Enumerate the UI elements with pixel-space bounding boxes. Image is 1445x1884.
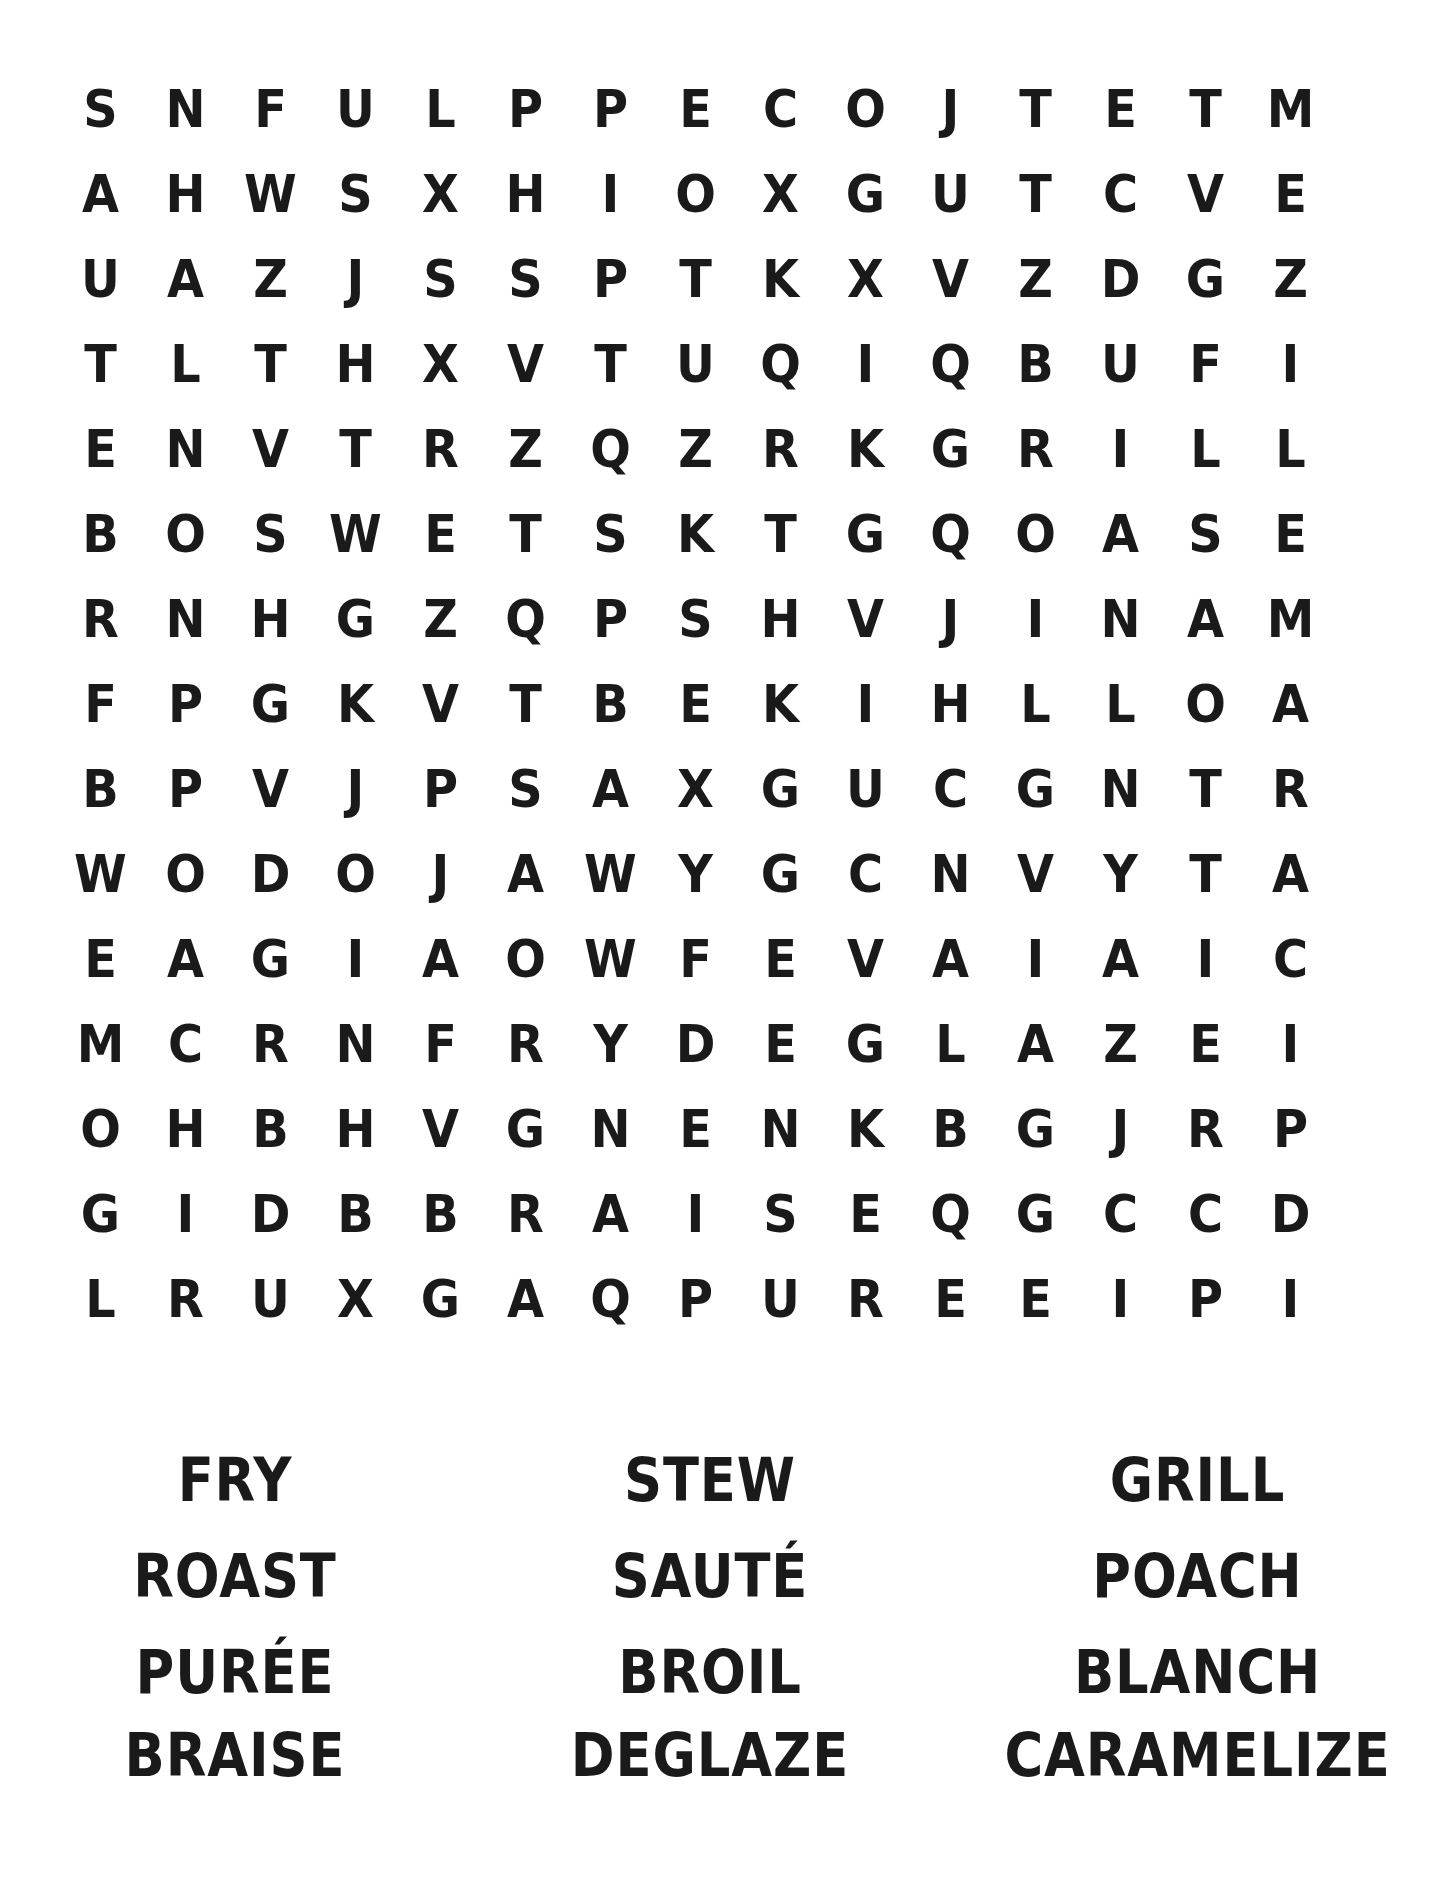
- grid-cell[interactable]: F: [656, 916, 734, 1001]
- grid-cell[interactable]: Z: [401, 576, 479, 661]
- grid-cell[interactable]: B: [401, 1171, 479, 1256]
- grid-cell[interactable]: Z: [656, 406, 734, 491]
- grid-cell[interactable]: G: [996, 746, 1074, 831]
- grid-cell[interactable]: U: [741, 1256, 819, 1341]
- grid-cell[interactable]: V: [826, 916, 904, 1001]
- grid-cell[interactable]: I: [1251, 1001, 1329, 1086]
- grid-cell[interactable]: F: [1166, 321, 1244, 406]
- grid-cell[interactable]: A: [401, 916, 479, 1001]
- grid-cell[interactable]: E: [741, 1001, 819, 1086]
- grid-cell[interactable]: E: [1081, 66, 1159, 151]
- grid-cell[interactable]: P: [486, 66, 564, 151]
- word-item: POACH: [980, 1541, 1416, 1611]
- grid-cell[interactable]: T: [1166, 746, 1244, 831]
- grid-cell[interactable]: S: [486, 746, 564, 831]
- grid-cell[interactable]: G: [911, 406, 989, 491]
- word-item: PURÉE: [28, 1637, 442, 1707]
- grid-cell[interactable]: O: [656, 151, 734, 236]
- grid-cell[interactable]: T: [656, 236, 734, 321]
- grid-cell[interactable]: M: [61, 1001, 139, 1086]
- grid-cell[interactable]: G: [61, 1171, 139, 1256]
- grid-cell[interactable]: N: [741, 1086, 819, 1171]
- grid-cell[interactable]: N: [146, 406, 224, 491]
- grid-cell[interactable]: P: [571, 66, 649, 151]
- grid-cell[interactable]: J: [911, 66, 989, 151]
- grid-cell[interactable]: R: [486, 1171, 564, 1256]
- grid-cell[interactable]: E: [656, 661, 734, 746]
- grid-cell[interactable]: C: [1081, 151, 1159, 236]
- grid-cell[interactable]: K: [316, 661, 394, 746]
- grid-cell[interactable]: M: [1251, 66, 1329, 151]
- grid-cell[interactable]: A: [146, 236, 224, 321]
- grid-cell[interactable]: R: [1251, 746, 1329, 831]
- grid-cell[interactable]: A: [1166, 576, 1244, 661]
- grid-cell[interactable]: Z: [1081, 1001, 1159, 1086]
- word-item: DEGLAZE: [499, 1720, 921, 1790]
- grid-cell[interactable]: A: [996, 1001, 1074, 1086]
- grid-cell[interactable]: L: [146, 321, 224, 406]
- grid-cell[interactable]: G: [826, 1001, 904, 1086]
- grid-cell[interactable]: V: [486, 321, 564, 406]
- grid-cell[interactable]: T: [486, 491, 564, 576]
- grid-cell[interactable]: I: [146, 1171, 224, 1256]
- grid-cell[interactable]: E: [826, 1171, 904, 1256]
- grid-cell[interactable]: T: [571, 321, 649, 406]
- grid-cell[interactable]: H: [741, 576, 819, 661]
- grid-cell[interactable]: L: [1251, 406, 1329, 491]
- word-item: STEW: [499, 1445, 921, 1515]
- grid-cell[interactable]: A: [1081, 491, 1159, 576]
- grid-cell[interactable]: K: [656, 491, 734, 576]
- grid-cell[interactable]: S: [741, 1171, 819, 1256]
- grid-cell[interactable]: E: [1251, 491, 1329, 576]
- grid-cell[interactable]: J: [316, 236, 394, 321]
- grid-cell[interactable]: Q: [571, 406, 649, 491]
- grid-cell[interactable]: Z: [486, 406, 564, 491]
- grid-cell[interactable]: T: [1166, 831, 1244, 916]
- grid-cell[interactable]: U: [231, 1256, 309, 1341]
- grid-cell[interactable]: V: [401, 661, 479, 746]
- grid-cell[interactable]: T: [741, 491, 819, 576]
- grid-cell[interactable]: Z: [1251, 236, 1329, 321]
- grid-cell[interactable]: U: [656, 321, 734, 406]
- grid-cell[interactable]: T: [996, 151, 1074, 236]
- grid-cell[interactable]: D: [231, 1171, 309, 1256]
- grid-cell[interactable]: E: [911, 1256, 989, 1341]
- grid-cell[interactable]: O: [316, 831, 394, 916]
- grid-cell[interactable]: E: [656, 1086, 734, 1171]
- grid-cell[interactable]: G: [741, 831, 819, 916]
- grid-cell[interactable]: E: [61, 916, 139, 1001]
- grid-cell[interactable]: X: [401, 151, 479, 236]
- grid-cell[interactable]: O: [146, 491, 224, 576]
- grid-cell[interactable]: B: [231, 1086, 309, 1171]
- word-list-row: FRYSTEWGRILL: [0, 1432, 1445, 1528]
- grid-cell[interactable]: W: [316, 491, 394, 576]
- grid-cell[interactable]: V: [911, 236, 989, 321]
- grid-cell[interactable]: A: [1081, 916, 1159, 1001]
- grid-cell[interactable]: B: [996, 321, 1074, 406]
- grid-cell[interactable]: L: [996, 661, 1074, 746]
- grid-cell[interactable]: E: [656, 66, 734, 151]
- grid-cell[interactable]: N: [911, 831, 989, 916]
- grid-cell[interactable]: W: [231, 151, 309, 236]
- grid-cell[interactable]: E: [996, 1256, 1074, 1341]
- word-search-grid: SNFULPPECOJTETMAHWSXHIOXGUTCVEUAZJSSPTKX…: [58, 66, 1333, 1341]
- grid-cell[interactable]: W: [571, 916, 649, 1001]
- grid-cell[interactable]: O: [996, 491, 1074, 576]
- grid-cell[interactable]: G: [316, 576, 394, 661]
- grid-cell[interactable]: R: [996, 406, 1074, 491]
- grid-cell[interactable]: N: [1081, 746, 1159, 831]
- grid-cell[interactable]: C: [1081, 1171, 1159, 1256]
- grid-cell[interactable]: X: [741, 151, 819, 236]
- grid-cell[interactable]: I: [1251, 321, 1329, 406]
- grid-cell[interactable]: J: [316, 746, 394, 831]
- grid-cell[interactable]: D: [656, 1001, 734, 1086]
- grid-cell[interactable]: Y: [571, 1001, 649, 1086]
- grid-cell[interactable]: H: [486, 151, 564, 236]
- grid-cell[interactable]: Q: [571, 1256, 649, 1341]
- grid-cell[interactable]: C: [826, 831, 904, 916]
- grid-cell[interactable]: Q: [911, 1171, 989, 1256]
- grid-cell[interactable]: G: [401, 1256, 479, 1341]
- grid-cell[interactable]: K: [741, 236, 819, 321]
- grid-cell[interactable]: R: [486, 1001, 564, 1086]
- grid-cell[interactable]: G: [486, 1086, 564, 1171]
- grid-cell[interactable]: F: [61, 661, 139, 746]
- grid-cell[interactable]: J: [401, 831, 479, 916]
- grid-cell[interactable]: H: [146, 1086, 224, 1171]
- grid-cell[interactable]: G: [231, 661, 309, 746]
- grid-cell[interactable]: A: [911, 916, 989, 1001]
- grid-cell[interactable]: F: [401, 1001, 479, 1086]
- grid-cell[interactable]: N: [571, 1086, 649, 1171]
- grid-cell[interactable]: Y: [1081, 831, 1159, 916]
- grid-cell[interactable]: R: [401, 406, 479, 491]
- grid-cell[interactable]: X: [316, 1256, 394, 1341]
- word-item: GRILL: [980, 1445, 1416, 1515]
- grid-cell[interactable]: V: [231, 406, 309, 491]
- grid-cell[interactable]: O: [1166, 661, 1244, 746]
- grid-cell[interactable]: I: [316, 916, 394, 1001]
- grid-cell[interactable]: C: [741, 66, 819, 151]
- grid-cell[interactable]: D: [231, 831, 309, 916]
- grid-cell[interactable]: U: [61, 236, 139, 321]
- grid-cell[interactable]: P: [571, 576, 649, 661]
- grid-cell[interactable]: N: [1081, 576, 1159, 661]
- grid-cell[interactable]: S: [571, 491, 649, 576]
- word-list-row: ROASTSAUTÉPOACH: [0, 1528, 1445, 1624]
- grid-cell[interactable]: D: [1081, 236, 1159, 321]
- grid-cell[interactable]: D: [1251, 1171, 1329, 1256]
- grid-cell[interactable]: R: [826, 1256, 904, 1341]
- grid-cell[interactable]: A: [1251, 831, 1329, 916]
- grid-cell[interactable]: I: [1166, 916, 1244, 1001]
- grid-cell[interactable]: H: [316, 1086, 394, 1171]
- grid-cell[interactable]: R: [741, 406, 819, 491]
- grid-cell[interactable]: X: [401, 321, 479, 406]
- grid-cell[interactable]: E: [401, 491, 479, 576]
- grid-cell[interactable]: J: [911, 576, 989, 661]
- grid-cell[interactable]: Q: [911, 491, 989, 576]
- grid-cell[interactable]: E: [1166, 1001, 1244, 1086]
- grid-cell[interactable]: S: [486, 236, 564, 321]
- word-item: ROAST: [28, 1541, 442, 1611]
- grid-cell[interactable]: G: [231, 916, 309, 1001]
- grid-cell[interactable]: P: [146, 746, 224, 831]
- grid-cell[interactable]: X: [826, 236, 904, 321]
- grid-cell[interactable]: G: [826, 491, 904, 576]
- grid-cell[interactable]: K: [826, 406, 904, 491]
- word-list-row: PURÉEBROILBLANCH: [0, 1624, 1445, 1720]
- grid-cell[interactable]: U: [316, 66, 394, 151]
- grid-cell[interactable]: O: [146, 831, 224, 916]
- grid-cell[interactable]: H: [231, 576, 309, 661]
- word-item: CARAMELIZE: [980, 1720, 1416, 1790]
- grid-cell[interactable]: E: [1251, 151, 1329, 236]
- grid-cell[interactable]: O: [486, 916, 564, 1001]
- grid-cell[interactable]: R: [61, 576, 139, 661]
- grid-cell[interactable]: S: [656, 576, 734, 661]
- grid-cell[interactable]: N: [316, 1001, 394, 1086]
- grid-cell[interactable]: P: [571, 236, 649, 321]
- grid-cell[interactable]: T: [61, 321, 139, 406]
- grid-cell[interactable]: G: [826, 151, 904, 236]
- grid-cell[interactable]: T: [231, 321, 309, 406]
- grid-cell[interactable]: S: [61, 66, 139, 151]
- grid-cell[interactable]: T: [486, 661, 564, 746]
- grid-cell[interactable]: P: [146, 661, 224, 746]
- grid-cell[interactable]: A: [571, 1171, 649, 1256]
- grid-cell[interactable]: W: [61, 831, 139, 916]
- grid-cell[interactable]: K: [826, 1086, 904, 1171]
- grid-cell[interactable]: L: [911, 1001, 989, 1086]
- grid-cell[interactable]: I: [1251, 1256, 1329, 1341]
- grid-cell[interactable]: P: [1166, 1256, 1244, 1341]
- grid-cell[interactable]: S: [1166, 491, 1244, 576]
- word-item: BROIL: [499, 1637, 921, 1707]
- grid-cell[interactable]: W: [571, 831, 649, 916]
- grid-cell[interactable]: I: [826, 661, 904, 746]
- grid-cell[interactable]: O: [61, 1086, 139, 1171]
- grid-cell[interactable]: I: [996, 916, 1074, 1001]
- grid-cell[interactable]: C: [911, 746, 989, 831]
- grid-cell[interactable]: G: [996, 1171, 1074, 1256]
- grid-cell[interactable]: B: [61, 491, 139, 576]
- grid-cell[interactable]: C: [1251, 916, 1329, 1001]
- grid-cell[interactable]: U: [1081, 321, 1159, 406]
- grid-cell[interactable]: C: [1166, 1171, 1244, 1256]
- grid-cell[interactable]: E: [61, 406, 139, 491]
- grid-cell[interactable]: G: [996, 1086, 1074, 1171]
- grid-cell[interactable]: U: [911, 151, 989, 236]
- grid-cell[interactable]: O: [826, 66, 904, 151]
- grid-cell[interactable]: T: [996, 66, 1074, 151]
- grid-cell[interactable]: B: [571, 661, 649, 746]
- grid-cell[interactable]: A: [486, 1256, 564, 1341]
- grid-cell[interactable]: A: [486, 831, 564, 916]
- grid-cell[interactable]: B: [61, 746, 139, 831]
- grid-cell[interactable]: Z: [231, 236, 309, 321]
- grid-cell[interactable]: P: [656, 1256, 734, 1341]
- grid-cell[interactable]: K: [741, 661, 819, 746]
- word-item: FRY: [28, 1445, 442, 1515]
- grid-cell[interactable]: Z: [996, 236, 1074, 321]
- grid-cell[interactable]: S: [316, 151, 394, 236]
- grid-cell[interactable]: I: [1081, 406, 1159, 491]
- grid-cell[interactable]: N: [146, 66, 224, 151]
- grid-cell[interactable]: E: [741, 916, 819, 1001]
- grid-cell[interactable]: L: [1081, 661, 1159, 746]
- grid-cell[interactable]: X: [656, 746, 734, 831]
- grid-cell[interactable]: H: [146, 151, 224, 236]
- word-item: BLANCH: [980, 1637, 1416, 1707]
- grid-cell[interactable]: A: [1251, 661, 1329, 746]
- word-list-row: BRAISEDEGLAZECARAMELIZE: [0, 1720, 1445, 1790]
- grid-cell[interactable]: B: [911, 1086, 989, 1171]
- grid-cell[interactable]: S: [401, 236, 479, 321]
- word-list: FRYSTEWGRILLROASTSAUTÉPOACHPURÉEBROILBLA…: [0, 1432, 1445, 1790]
- grid-cell[interactable]: G: [1166, 236, 1244, 321]
- grid-cell[interactable]: V: [401, 1086, 479, 1171]
- grid-cell[interactable]: P: [401, 746, 479, 831]
- grid-cell[interactable]: C: [146, 1001, 224, 1086]
- word-item: BRAISE: [28, 1720, 442, 1790]
- grid-cell[interactable]: H: [911, 661, 989, 746]
- grid-cell[interactable]: V: [231, 746, 309, 831]
- grid-cell[interactable]: A: [571, 746, 649, 831]
- grid-cell[interactable]: V: [1166, 151, 1244, 236]
- grid-cell[interactable]: I: [656, 1171, 734, 1256]
- grid-cell[interactable]: T: [1166, 66, 1244, 151]
- grid-cell[interactable]: A: [146, 916, 224, 1001]
- grid-cell[interactable]: F: [231, 66, 309, 151]
- grid-cell[interactable]: Q: [741, 321, 819, 406]
- grid-cell[interactable]: L: [1166, 406, 1244, 491]
- grid-cell[interactable]: P: [1251, 1086, 1329, 1171]
- grid-cell[interactable]: B: [316, 1171, 394, 1256]
- grid-cell[interactable]: S: [231, 491, 309, 576]
- grid-cell[interactable]: J: [1081, 1086, 1159, 1171]
- grid-cell[interactable]: U: [826, 746, 904, 831]
- grid-cell[interactable]: L: [61, 1256, 139, 1341]
- grid-cell[interactable]: H: [316, 321, 394, 406]
- grid-cell[interactable]: N: [146, 576, 224, 661]
- grid-cell[interactable]: I: [571, 151, 649, 236]
- grid-cell[interactable]: I: [1081, 1256, 1159, 1341]
- grid-cell[interactable]: R: [231, 1001, 309, 1086]
- grid-cell[interactable]: I: [826, 321, 904, 406]
- grid-cell[interactable]: G: [741, 746, 819, 831]
- grid-cell[interactable]: A: [61, 151, 139, 236]
- grid-cell[interactable]: Q: [911, 321, 989, 406]
- grid-cell[interactable]: Q: [486, 576, 564, 661]
- grid-cell[interactable]: M: [1251, 576, 1329, 661]
- word-item: SAUTÉ: [499, 1541, 921, 1611]
- grid-cell[interactable]: T: [316, 406, 394, 491]
- grid-cell[interactable]: R: [1166, 1086, 1244, 1171]
- grid-cell[interactable]: Y: [656, 831, 734, 916]
- grid-cell[interactable]: V: [826, 576, 904, 661]
- grid-cell[interactable]: I: [996, 576, 1074, 661]
- grid-cell[interactable]: R: [146, 1256, 224, 1341]
- grid-cell[interactable]: L: [401, 66, 479, 151]
- grid-cell[interactable]: V: [996, 831, 1074, 916]
